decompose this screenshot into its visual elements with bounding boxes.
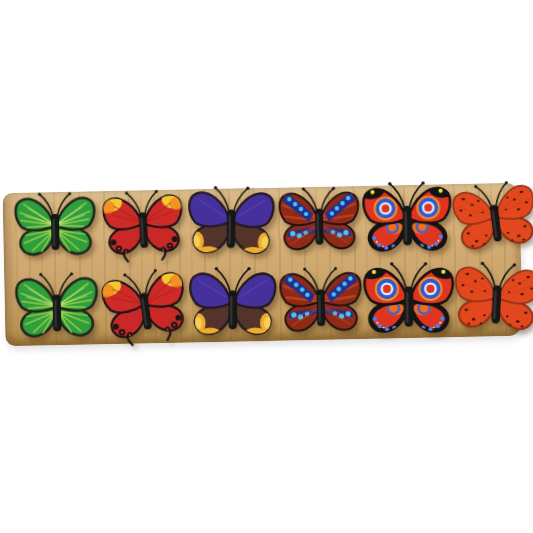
butterfly-blue_banded_red-r0c3[interactable]: [274, 186, 363, 263]
butterfly-purple_brown_gold-r0c2[interactable]: [186, 188, 275, 265]
butterfly-peacock_eyespot-r0c4[interactable]: [362, 184, 451, 261]
butterfly-green_streaked-r0c0[interactable]: [11, 191, 100, 268]
butterfly-purple_brown_gold-r1c2[interactable]: [188, 263, 278, 346]
butterfly-red_yellowtip-r0c1[interactable]: [98, 190, 187, 267]
butterfly-red_yellowtip-r1c1[interactable]: [100, 265, 190, 348]
photo-background: [0, 0, 533, 533]
butterfly-peacock_eyespot-r1c4[interactable]: [364, 259, 454, 342]
butterfly-grid: [3, 183, 523, 346]
butterfly-orange_speckled-r1c5[interactable]: [452, 258, 533, 341]
butterfly-blue_banded_red-r1c3[interactable]: [276, 261, 366, 344]
wooden-board: [3, 183, 523, 346]
butterfly-green_streaked-r1c0[interactable]: [12, 266, 102, 349]
butterfly-orange_speckled-r0c5[interactable]: [450, 182, 533, 259]
